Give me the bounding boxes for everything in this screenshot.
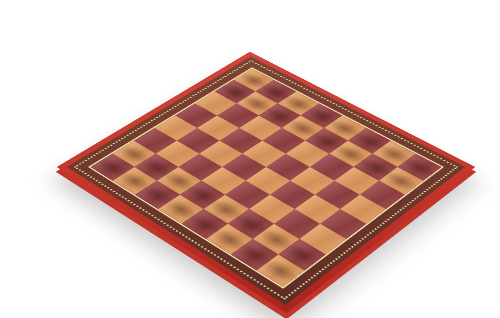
- product-photo: ♜♞♝♛♚♝♞♜♟♟♟♟♟♟♟♟♟♟♟♟♟♟♟♟♜♞♝♛♚♝♞♜: [0, 0, 500, 318]
- piece-white-rook: ♜: [240, 208, 321, 275]
- piece-black-pawn: ♟: [364, 128, 439, 185]
- chess-board: ♜♞♝♛♚♝♞♜♟♟♟♟♟♟♟♟♟♟♟♟♟♟♟♟♜♞♝♛♚♝♞♜: [57, 52, 476, 313]
